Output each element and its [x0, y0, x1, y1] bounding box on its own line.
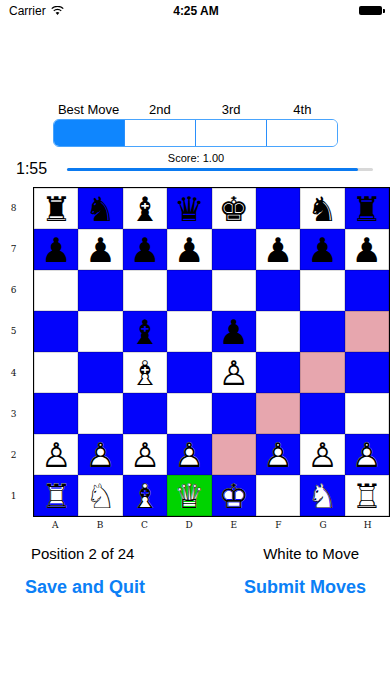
piece-white-queen[interactable]: ♛♕ — [167, 475, 211, 516]
piece-white-pawn[interactable]: ♟♙ — [78, 434, 122, 475]
square-c8[interactable]: ♝ — [123, 188, 167, 229]
piece-white-king[interactable]: ♚♔ — [212, 475, 256, 516]
piece-white-pawn[interactable]: ♟♙ — [345, 434, 389, 475]
piece-white-pawn[interactable]: ♟♙ — [212, 352, 256, 393]
square-g5[interactable] — [300, 311, 344, 352]
piece-white-pawn[interactable]: ♟♙ — [123, 434, 167, 475]
piece-white-rook[interactable]: ♜♖ — [34, 475, 78, 516]
position-indicator: Position 2 of 24 — [31, 545, 134, 562]
score-label: Score: 1.00 — [0, 152, 392, 164]
square-g6[interactable] — [300, 270, 344, 311]
square-f1[interactable] — [256, 475, 300, 516]
label-3rd: 3rd — [196, 102, 267, 117]
rank-label-4: 4 — [0, 352, 33, 393]
turn-indicator: White to Move — [263, 545, 359, 562]
piece-black-pawn[interactable]: ♟ — [78, 229, 122, 270]
piece-white-rook[interactable]: ♜♖ — [345, 475, 389, 516]
segment-best-move[interactable] — [54, 120, 124, 146]
piece-black-pawn[interactable]: ♟ — [123, 229, 167, 270]
square-h4[interactable] — [345, 352, 389, 393]
rank-labels: 87654321 — [0, 187, 33, 517]
segment-4th[interactable] — [266, 120, 337, 146]
square-g1[interactable]: ♞♘ — [300, 475, 344, 516]
square-a7[interactable]: ♟ — [34, 229, 78, 270]
rank-label-7: 7 — [0, 228, 33, 269]
square-h2[interactable]: ♟♙ — [345, 434, 389, 475]
square-e2[interactable] — [212, 434, 256, 475]
rank-label-2: 2 — [0, 435, 33, 476]
square-c4[interactable]: ♝♗ — [123, 352, 167, 393]
square-f5[interactable] — [256, 311, 300, 352]
piece-black-bishop[interactable]: ♝ — [123, 311, 167, 352]
square-b7[interactable]: ♟ — [78, 229, 122, 270]
square-d3[interactable] — [167, 393, 211, 434]
square-f2[interactable]: ♟♙ — [256, 434, 300, 475]
square-g8[interactable]: ♞ — [300, 188, 344, 229]
square-a6[interactable] — [34, 270, 78, 311]
square-a2[interactable]: ♟♙ — [34, 434, 78, 475]
piece-black-rook[interactable]: ♜ — [345, 188, 389, 229]
square-g3[interactable] — [300, 393, 344, 434]
segment-3rd[interactable] — [195, 120, 266, 146]
square-d6[interactable] — [167, 270, 211, 311]
square-c2[interactable]: ♟♙ — [123, 434, 167, 475]
submit-moves-button[interactable]: Submit Moves — [244, 577, 366, 598]
square-c3[interactable] — [123, 393, 167, 434]
file-label-c: C — [122, 520, 167, 530]
square-b4[interactable] — [78, 352, 122, 393]
square-b3[interactable] — [78, 393, 122, 434]
square-a5[interactable] — [34, 311, 78, 352]
piece-white-knight[interactable]: ♞♘ — [300, 475, 344, 516]
score-progress-bar — [67, 168, 373, 171]
square-d7[interactable]: ♟ — [167, 229, 211, 270]
square-h6[interactable] — [345, 270, 389, 311]
square-c7[interactable]: ♟ — [123, 229, 167, 270]
piece-white-bishop[interactable]: ♝♗ — [123, 352, 167, 393]
square-g4[interactable] — [300, 352, 344, 393]
square-f6[interactable] — [256, 270, 300, 311]
square-e6[interactable] — [212, 270, 256, 311]
square-h3[interactable] — [345, 393, 389, 434]
square-b8[interactable]: ♞ — [78, 188, 122, 229]
square-e1[interactable]: ♚♔ — [212, 475, 256, 516]
piece-black-pawn[interactable]: ♟ — [345, 229, 389, 270]
piece-black-king[interactable]: ♚ — [212, 188, 256, 229]
square-a1[interactable]: ♜♖ — [34, 475, 78, 516]
file-label-a: A — [33, 520, 78, 530]
piece-black-pawn[interactable]: ♟ — [167, 229, 211, 270]
square-a3[interactable] — [34, 393, 78, 434]
rank-label-5: 5 — [0, 311, 33, 352]
piece-white-pawn[interactable]: ♟♙ — [300, 434, 344, 475]
square-f4[interactable] — [256, 352, 300, 393]
piece-white-pawn[interactable]: ♟♙ — [34, 434, 78, 475]
status-bar: Carrier 4:25 AM — [0, 0, 392, 20]
file-label-b: B — [78, 520, 123, 530]
square-h5[interactable] — [345, 311, 389, 352]
square-e4[interactable]: ♟♙ — [212, 352, 256, 393]
timer-label: 1:55 — [16, 160, 47, 178]
square-d8[interactable]: ♛ — [167, 188, 211, 229]
rank-label-3: 3 — [0, 393, 33, 434]
piece-white-knight[interactable]: ♞♘ — [78, 475, 122, 516]
square-d5[interactable] — [167, 311, 211, 352]
square-h7[interactable]: ♟ — [345, 229, 389, 270]
square-c5[interactable]: ♝ — [123, 311, 167, 352]
clock: 4:25 AM — [0, 4, 392, 18]
square-g2[interactable]: ♟♙ — [300, 434, 344, 475]
square-e8[interactable]: ♚ — [212, 188, 256, 229]
piece-black-bishop[interactable]: ♝ — [123, 188, 167, 229]
square-h8[interactable]: ♜ — [345, 188, 389, 229]
app-window: Carrier 4:25 AM Best Move 2nd 3rd 4th Sc… — [0, 0, 392, 696]
square-a4[interactable] — [34, 352, 78, 393]
save-and-quit-button[interactable]: Save and Quit — [25, 577, 145, 598]
rank-label-1: 1 — [0, 476, 33, 517]
file-label-e: E — [212, 520, 257, 530]
square-h1[interactable]: ♜♖ — [345, 475, 389, 516]
label-4th: 4th — [267, 102, 338, 117]
move-quality-labels: Best Move 2nd 3rd 4th — [53, 102, 338, 117]
piece-white-pawn[interactable]: ♟♙ — [167, 434, 211, 475]
piece-white-bishop[interactable]: ♝♗ — [123, 475, 167, 516]
rank-label-6: 6 — [0, 270, 33, 311]
file-label-h: H — [345, 520, 390, 530]
file-labels: ABCDEFGH — [33, 520, 390, 530]
square-b5[interactable] — [78, 311, 122, 352]
square-c6[interactable] — [123, 270, 167, 311]
square-e7[interactable] — [212, 229, 256, 270]
square-d2[interactable]: ♟♙ — [167, 434, 211, 475]
square-e3[interactable] — [212, 393, 256, 434]
file-label-f: F — [256, 520, 301, 530]
square-a8[interactable]: ♜ — [34, 188, 78, 229]
piece-black-pawn[interactable]: ♟ — [300, 229, 344, 270]
label-2nd: 2nd — [124, 102, 195, 117]
piece-black-pawn[interactable]: ♟ — [256, 229, 300, 270]
piece-black-knight[interactable]: ♞ — [78, 188, 122, 229]
square-g7[interactable]: ♟ — [300, 229, 344, 270]
chess-board: ♜♞♝♛♚♞♜♟♟♟♟♟♟♟♝♟♝♗♟♙♟♙♟♙♟♙♟♙♟♙♟♙♟♙♜♖♞♘♝♗… — [33, 187, 390, 517]
square-b6[interactable] — [78, 270, 122, 311]
square-f3[interactable] — [256, 393, 300, 434]
piece-black-pawn[interactable]: ♟ — [34, 229, 78, 270]
square-c1[interactable]: ♝♗ — [123, 475, 167, 516]
square-e5[interactable]: ♟ — [212, 311, 256, 352]
rank-label-8: 8 — [0, 187, 33, 228]
file-label-d: D — [167, 520, 212, 530]
piece-black-pawn[interactable]: ♟ — [212, 311, 256, 352]
square-b1[interactable]: ♞♘ — [78, 475, 122, 516]
piece-black-queen[interactable]: ♛ — [167, 188, 211, 229]
label-best-move: Best Move — [53, 102, 124, 117]
piece-black-rook[interactable]: ♜ — [34, 188, 78, 229]
score-progress-fill — [67, 168, 358, 171]
piece-black-knight[interactable]: ♞ — [300, 188, 344, 229]
file-label-g: G — [301, 520, 346, 530]
square-b2[interactable]: ♟♙ — [78, 434, 122, 475]
square-f8[interactable] — [256, 188, 300, 229]
square-d1[interactable]: ♛♕ — [167, 475, 211, 516]
battery-icon — [359, 6, 385, 15]
square-d4[interactable] — [167, 352, 211, 393]
square-f7[interactable]: ♟ — [256, 229, 300, 270]
piece-white-pawn[interactable]: ♟♙ — [256, 434, 300, 475]
move-quality-selector — [53, 119, 338, 147]
segment-2nd[interactable] — [124, 120, 195, 146]
